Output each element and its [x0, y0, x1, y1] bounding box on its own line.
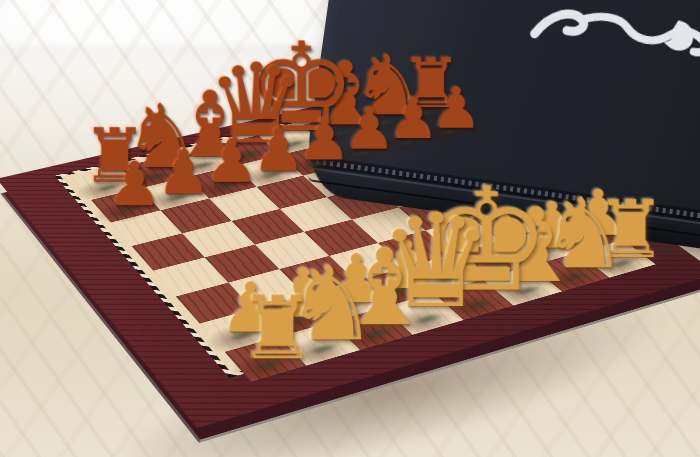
square-a7: ♟ — [91, 188, 161, 222]
chess-set-photo: ♜♞♝♛♚♝♞♜♟♟♟♟♟♟♟♟♟♟♟♟♟♟♟♟♜♞♝♛♚♝♞♜ — [0, 0, 700, 457]
piece-spot: ♟ — [91, 188, 161, 222]
piece-spot: ♜ — [225, 337, 306, 382]
piece-black-pawn-a7[interactable]: ♟ — [60, 154, 209, 215]
brand-knight-logo-icon — [525, 0, 700, 70]
piece-white-rook-a1[interactable]: ♜ — [192, 285, 363, 372]
square-a1: ♜ — [225, 337, 306, 382]
